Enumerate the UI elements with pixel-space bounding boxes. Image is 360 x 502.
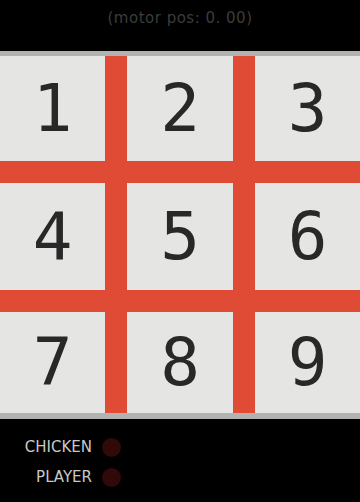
cell-9[interactable]: 9 [255,312,360,413]
cell-3-label: 3 [288,76,328,142]
cell-8[interactable]: 8 [127,312,233,413]
cell-2[interactable]: 2 [127,56,233,161]
status-panel: CHICKEN PLAYER [0,419,360,502]
cell-5[interactable]: 5 [127,183,233,290]
tic-tac-toe-board: 1 2 3 4 5 6 7 8 9 [0,51,360,419]
cell-2-label: 2 [160,76,200,142]
cell-8-label: 8 [160,330,200,396]
chicken-row: CHICKEN [0,432,360,462]
cell-9-label: 9 [288,330,328,396]
cell-1-label: 1 [33,76,73,142]
player-led-indicator [102,468,121,487]
cell-7-label: 7 [33,330,73,396]
cell-6-label: 6 [288,204,328,270]
cell-4-label: 4 [33,204,73,270]
cell-3[interactable]: 3 [255,56,360,161]
motor-position-readout: (motor pos: 0. 00) [108,11,253,26]
chicken-label: CHICKEN [0,440,92,455]
player-row: PLAYER [0,462,360,492]
player-label: PLAYER [0,470,92,485]
chicken-led-indicator [102,438,121,457]
cell-6[interactable]: 6 [255,183,360,290]
cell-7[interactable]: 7 [0,312,105,413]
cell-1[interactable]: 1 [0,56,105,161]
cell-5-label: 5 [160,204,200,270]
status-bar: (motor pos: 0. 00) [0,0,360,51]
cell-4[interactable]: 4 [0,183,105,290]
app-window: (motor pos: 0. 00) 1 2 3 4 5 6 7 8 9 [0,0,360,502]
